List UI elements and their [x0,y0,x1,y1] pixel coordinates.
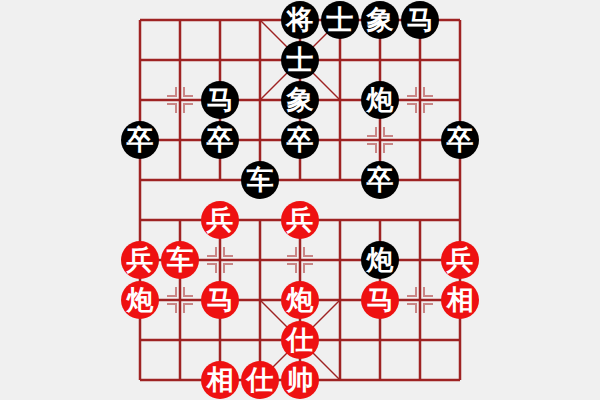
intersection-f4r8[interactable] [240,280,280,320]
intersection-f9r9[interactable] [440,320,480,360]
intersection-f5r5[interactable] [280,160,320,200]
intersection-f3r7[interactable] [200,240,240,280]
intersection-f7r9[interactable] [360,320,400,360]
intersection-f3r9[interactable] [200,320,240,360]
intersection-f3r4[interactable]: 卒 [200,120,240,160]
piece-black-advisor[interactable]: 士 [321,1,359,39]
piece-red-horse[interactable]: 马 [361,281,399,319]
piece-black-advisor[interactable]: 士 [281,41,319,79]
intersection-f3r2[interactable] [200,40,240,80]
intersection-f9r4[interactable]: 卒 [440,120,480,160]
intersection-f7r5[interactable]: 卒 [360,160,400,200]
intersection-f4r7[interactable] [240,240,280,280]
intersection-f4r6[interactable] [240,200,280,240]
intersection-f3r3[interactable]: 马 [200,80,240,120]
intersection-f2r4[interactable] [160,120,200,160]
intersection-f6r9[interactable] [320,320,360,360]
intersection-f7r3[interactable]: 炮 [360,80,400,120]
intersection-f4r2[interactable] [240,40,280,80]
intersection-f1r2[interactable] [120,40,160,80]
intersection-f9r2[interactable] [440,40,480,80]
intersection-f8r10[interactable] [400,360,440,400]
intersection-f1r5[interactable] [120,160,160,200]
intersection-f6r6[interactable] [320,200,360,240]
piece-black-soldier[interactable]: 卒 [361,161,399,199]
piece-red-soldier[interactable]: 兵 [121,241,159,279]
intersection-f3r5[interactable] [200,160,240,200]
intersection-f9r3[interactable] [440,80,480,120]
intersection-f6r8[interactable] [320,280,360,320]
intersection-f6r2[interactable] [320,40,360,80]
intersection-f4r10[interactable]: 仕 [240,360,280,400]
piece-red-chariot[interactable]: 车 [161,241,199,279]
intersection-f6r5[interactable] [320,160,360,200]
intersection-f8r6[interactable] [400,200,440,240]
xiangqi-screen: 将士象马士马象炮卒卒卒卒车卒兵兵兵车炮兵炮马炮马相仕相仕帅 [0,0,600,400]
piece-red-advisor[interactable]: 仕 [241,361,279,399]
intersection-f8r2[interactable] [400,40,440,80]
intersection-f8r5[interactable] [400,160,440,200]
intersection-f2r5[interactable] [160,160,200,200]
intersection-f7r8[interactable]: 马 [360,280,400,320]
intersection-f5r1[interactable]: 将 [280,0,320,40]
intersection-f5r8[interactable]: 炮 [280,280,320,320]
board-intersections: 将士象马士马象炮卒卒卒卒车卒兵兵兵车炮兵炮马炮马相仕相仕帅 [120,0,480,400]
piece-red-advisor[interactable]: 仕 [281,321,319,359]
intersection-f9r10[interactable] [440,360,480,400]
intersection-f3r1[interactable] [200,0,240,40]
intersection-f9r1[interactable] [440,0,480,40]
intersection-f5r10[interactable]: 帅 [280,360,320,400]
intersection-f1r6[interactable] [120,200,160,240]
intersection-f8r1[interactable]: 马 [400,0,440,40]
intersection-f2r1[interactable] [160,0,200,40]
intersection-f1r3[interactable] [120,80,160,120]
intersection-f2r2[interactable] [160,40,200,80]
intersection-f4r9[interactable] [240,320,280,360]
intersection-f7r7[interactable]: 炮 [360,240,400,280]
intersection-f7r1[interactable]: 象 [360,0,400,40]
intersection-f3r8[interactable]: 马 [200,280,240,320]
piece-black-cannon[interactable]: 炮 [361,241,399,279]
piece-red-elephant[interactable]: 相 [441,281,479,319]
intersection-f3r10[interactable]: 相 [200,360,240,400]
intersection-f3r6[interactable]: 兵 [200,200,240,240]
intersection-f2r6[interactable] [160,200,200,240]
piece-red-horse[interactable]: 马 [201,281,239,319]
intersection-f8r7[interactable] [400,240,440,280]
piece-red-general[interactable]: 帅 [281,361,319,399]
intersection-f7r6[interactable] [360,200,400,240]
intersection-f5r7[interactable] [280,240,320,280]
intersection-f8r8[interactable] [400,280,440,320]
piece-black-elephant[interactable]: 象 [361,1,399,39]
intersection-f9r5[interactable] [440,160,480,200]
piece-black-soldier[interactable]: 卒 [441,121,479,159]
intersection-f9r8[interactable]: 相 [440,280,480,320]
piece-red-cannon[interactable]: 炮 [281,281,319,319]
piece-black-soldier[interactable]: 卒 [201,121,239,159]
piece-red-cannon[interactable]: 炮 [121,281,159,319]
intersection-f1r10[interactable] [120,360,160,400]
piece-black-soldier[interactable]: 卒 [121,121,159,159]
intersection-f7r4[interactable] [360,120,400,160]
xiangqi-board: 将士象马士马象炮卒卒卒卒车卒兵兵兵车炮兵炮马炮马相仕相仕帅 [120,0,480,400]
intersection-f8r4[interactable] [400,120,440,160]
intersection-f8r3[interactable] [400,80,440,120]
intersection-f4r4[interactable] [240,120,280,160]
intersection-f5r4[interactable]: 卒 [280,120,320,160]
intersection-f6r3[interactable] [320,80,360,120]
piece-black-horse[interactable]: 马 [401,1,439,39]
intersection-f7r2[interactable] [360,40,400,80]
intersection-f5r3[interactable]: 象 [280,80,320,120]
intersection-f2r9[interactable] [160,320,200,360]
piece-black-soldier[interactable]: 卒 [281,121,319,159]
intersection-f1r1[interactable] [120,0,160,40]
intersection-f5r6[interactable]: 兵 [280,200,320,240]
piece-black-elephant[interactable]: 象 [281,81,319,119]
intersection-f4r1[interactable] [240,0,280,40]
piece-black-cannon[interactable]: 炮 [361,81,399,119]
piece-red-soldier[interactable]: 兵 [281,201,319,239]
intersection-f5r2[interactable]: 士 [280,40,320,80]
intersection-f1r7[interactable]: 兵 [120,240,160,280]
piece-red-soldier[interactable]: 兵 [441,241,479,279]
intersection-f1r4[interactable]: 卒 [120,120,160,160]
intersection-f2r8[interactable] [160,280,200,320]
intersection-f6r10[interactable] [320,360,360,400]
intersection-f5r9[interactable]: 仕 [280,320,320,360]
intersection-f1r8[interactable]: 炮 [120,280,160,320]
intersection-f2r3[interactable] [160,80,200,120]
intersection-f1r9[interactable] [120,320,160,360]
intersection-f6r7[interactable] [320,240,360,280]
intersection-f6r1[interactable]: 士 [320,0,360,40]
intersection-f9r7[interactable]: 兵 [440,240,480,280]
piece-black-chariot[interactable]: 车 [241,161,279,199]
intersection-f2r7[interactable]: 车 [160,240,200,280]
intersection-f9r6[interactable] [440,200,480,240]
intersection-f4r5[interactable]: 车 [240,160,280,200]
intersection-f8r9[interactable] [400,320,440,360]
intersection-f4r3[interactable] [240,80,280,120]
intersection-f2r10[interactable] [160,360,200,400]
piece-black-general[interactable]: 将 [281,1,319,39]
intersection-f7r10[interactable] [360,360,400,400]
piece-red-soldier[interactable]: 兵 [201,201,239,239]
intersection-f6r4[interactable] [320,120,360,160]
piece-red-elephant[interactable]: 相 [201,361,239,399]
piece-black-horse[interactable]: 马 [201,81,239,119]
